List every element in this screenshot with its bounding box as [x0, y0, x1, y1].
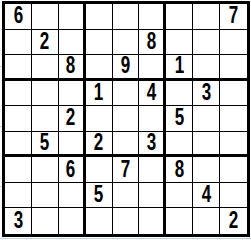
cell-r1c1[interactable]: 6 [5, 4, 32, 30]
cell-r6c1[interactable] [5, 132, 32, 158]
digit: 8 [147, 30, 156, 54]
cell-r3c7[interactable]: 1 [166, 55, 193, 81]
cell-r9c5[interactable] [113, 208, 140, 234]
cell-r6c8[interactable] [193, 132, 220, 158]
cell-r3c9[interactable] [220, 55, 247, 81]
cell-r9c1[interactable]: 3 [5, 208, 32, 234]
cell-r4c8[interactable]: 3 [193, 81, 220, 107]
cell-r1c8[interactable] [193, 4, 220, 30]
digit: 2 [229, 209, 238, 233]
digit: 4 [147, 81, 156, 105]
cell-r9c2[interactable] [32, 208, 59, 234]
cell-r5c9[interactable] [220, 106, 247, 132]
digit: 6 [13, 4, 22, 28]
cell-r3c4[interactable] [86, 55, 113, 81]
cell-r7c1[interactable] [5, 157, 32, 183]
digit: 7 [121, 158, 130, 182]
cell-r7c6[interactable] [139, 157, 166, 183]
cell-r8c2[interactable] [32, 183, 59, 209]
cell-r2c8[interactable] [193, 30, 220, 56]
cell-r4c3[interactable] [59, 81, 86, 107]
cell-r9c6[interactable] [139, 208, 166, 234]
digit: 9 [121, 55, 130, 78]
digit: 4 [201, 183, 210, 207]
cell-r9c7[interactable] [166, 208, 193, 234]
cell-r2c1[interactable] [5, 30, 32, 56]
spreadsheet-gridline [0, 186, 2, 187]
digit: 5 [94, 183, 103, 207]
sudoku-board: 6728891143255236785432 [2, 1, 250, 237]
cell-r1c6[interactable] [139, 4, 166, 30]
cell-r3c1[interactable] [5, 55, 32, 81]
cell-r4c9[interactable] [220, 81, 247, 107]
cell-r1c3[interactable] [59, 4, 86, 30]
cell-r9c3[interactable] [59, 208, 86, 234]
cell-r4c2[interactable] [32, 81, 59, 107]
cell-r3c6[interactable] [139, 55, 166, 81]
cell-r4c6[interactable]: 4 [139, 81, 166, 107]
cell-r6c6[interactable]: 3 [139, 132, 166, 158]
cell-r4c5[interactable] [113, 81, 140, 107]
cell-r2c4[interactable] [86, 30, 113, 56]
cell-r1c7[interactable] [166, 4, 193, 30]
cell-r8c3[interactable] [59, 183, 86, 209]
sudoku-screenshot: 6728891143255236785432 [0, 0, 251, 240]
cell-r3c8[interactable] [193, 55, 220, 81]
cell-r8c5[interactable] [113, 183, 140, 209]
cell-r2c9[interactable] [220, 30, 247, 56]
cell-r3c2[interactable] [32, 55, 59, 81]
cell-r1c2[interactable] [32, 4, 59, 30]
cell-r1c9[interactable]: 7 [220, 4, 247, 30]
digit: 2 [66, 106, 75, 130]
spreadsheet-gridline [0, 238, 251, 239]
cell-r3c3[interactable]: 8 [59, 55, 86, 81]
digit: 3 [201, 81, 210, 105]
cell-r8c8[interactable]: 4 [193, 183, 220, 209]
digit: 1 [94, 81, 103, 105]
spreadsheet-gridline [0, 66, 2, 67]
cell-r9c4[interactable] [86, 208, 113, 234]
cell-r7c3[interactable]: 6 [59, 157, 86, 183]
cell-r4c4[interactable]: 1 [86, 81, 113, 107]
cell-r6c2[interactable]: 5 [32, 132, 59, 158]
cell-r7c8[interactable] [193, 157, 220, 183]
cell-r5c4[interactable] [86, 106, 113, 132]
cell-r5c2[interactable] [32, 106, 59, 132]
cell-r7c4[interactable] [86, 157, 113, 183]
cell-r2c2[interactable]: 2 [32, 30, 59, 56]
cell-r7c2[interactable] [32, 157, 59, 183]
cell-r3c5[interactable]: 9 [113, 55, 140, 81]
cell-r6c7[interactable] [166, 132, 193, 158]
spreadsheet-gridline [0, 126, 2, 127]
digit: 3 [13, 209, 22, 233]
cell-r7c7[interactable]: 8 [166, 157, 193, 183]
digit: 8 [175, 158, 184, 182]
cell-r8c9[interactable] [220, 183, 247, 209]
cell-r8c1[interactable] [5, 183, 32, 209]
cell-r5c7[interactable]: 5 [166, 106, 193, 132]
cell-r8c7[interactable] [166, 183, 193, 209]
cell-r2c5[interactable] [113, 30, 140, 56]
cell-r5c3[interactable]: 2 [59, 106, 86, 132]
cell-r5c8[interactable] [193, 106, 220, 132]
cell-r8c6[interactable] [139, 183, 166, 209]
cell-r5c6[interactable] [139, 106, 166, 132]
cell-r2c6[interactable]: 8 [139, 30, 166, 56]
cell-r9c8[interactable] [193, 208, 220, 234]
cell-r7c5[interactable]: 7 [113, 157, 140, 183]
cell-r9c9[interactable]: 2 [220, 208, 247, 234]
cell-r8c4[interactable]: 5 [86, 183, 113, 209]
cell-r4c1[interactable] [5, 81, 32, 107]
digit: 3 [147, 132, 156, 155]
cell-r5c1[interactable] [5, 106, 32, 132]
cell-r1c5[interactable] [113, 4, 140, 30]
digit: 2 [94, 132, 103, 155]
cell-r1c4[interactable] [86, 4, 113, 30]
cell-r6c5[interactable] [113, 132, 140, 158]
cell-r4c7[interactable] [166, 81, 193, 107]
digit: 7 [229, 4, 238, 28]
cell-r6c3[interactable] [59, 132, 86, 158]
cell-r5c5[interactable] [113, 106, 140, 132]
digit: 5 [40, 132, 49, 155]
digit: 8 [66, 55, 75, 78]
cell-r6c4[interactable]: 2 [86, 132, 113, 158]
digit: 1 [175, 55, 184, 78]
cell-r7c9[interactable] [220, 157, 247, 183]
digit: 5 [175, 106, 184, 130]
digit: 6 [66, 158, 75, 182]
cell-r2c3[interactable] [59, 30, 86, 56]
cell-r2c7[interactable] [166, 30, 193, 56]
cell-r6c9[interactable] [220, 132, 247, 158]
digit: 2 [40, 30, 49, 54]
